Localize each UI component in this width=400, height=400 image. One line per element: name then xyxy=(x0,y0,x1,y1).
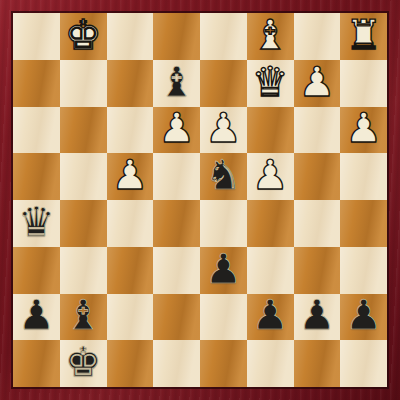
piece-black-queen[interactable]: ♛ xyxy=(18,202,55,243)
square-d7[interactable]: ♝ xyxy=(153,60,200,107)
square-f4[interactable] xyxy=(247,200,294,247)
piece-white-pawn[interactable]: ♟ xyxy=(298,62,335,103)
piece-black-pawn[interactable]: ♟ xyxy=(18,295,55,336)
square-a5[interactable] xyxy=(13,153,60,200)
square-d3[interactable] xyxy=(153,247,200,294)
square-h8[interactable]: ♜ xyxy=(340,13,387,60)
square-a7[interactable] xyxy=(13,60,60,107)
square-d8[interactable] xyxy=(153,13,200,60)
square-d6[interactable]: ♟ xyxy=(153,107,200,154)
chess-board: ♚♝♜♝♛♟♟♟♟♟♞♟♛♟♟♝♟♟♟♚ xyxy=(13,13,387,387)
square-h7[interactable] xyxy=(340,60,387,107)
square-a8[interactable] xyxy=(13,13,60,60)
square-h2[interactable]: ♟ xyxy=(340,294,387,341)
piece-white-pawn[interactable]: ♟ xyxy=(345,108,382,149)
piece-white-pawn[interactable]: ♟ xyxy=(111,155,148,196)
square-b4[interactable] xyxy=(60,200,107,247)
square-c3[interactable] xyxy=(107,247,154,294)
square-h4[interactable] xyxy=(340,200,387,247)
square-g3[interactable] xyxy=(294,247,341,294)
square-f2[interactable]: ♟ xyxy=(247,294,294,341)
piece-black-bishop[interactable]: ♝ xyxy=(158,62,195,103)
square-c5[interactable]: ♟ xyxy=(107,153,154,200)
square-a4[interactable]: ♛ xyxy=(13,200,60,247)
square-e5[interactable]: ♞ xyxy=(200,153,247,200)
square-g8[interactable] xyxy=(294,13,341,60)
square-g6[interactable] xyxy=(294,107,341,154)
square-g2[interactable]: ♟ xyxy=(294,294,341,341)
piece-white-bishop[interactable]: ♝ xyxy=(252,15,289,56)
square-f1[interactable] xyxy=(247,340,294,387)
square-g7[interactable]: ♟ xyxy=(294,60,341,107)
piece-black-pawn[interactable]: ♟ xyxy=(345,295,382,336)
square-h3[interactable] xyxy=(340,247,387,294)
square-e1[interactable] xyxy=(200,340,247,387)
piece-black-king[interactable]: ♚ xyxy=(65,342,102,383)
square-f7[interactable]: ♛ xyxy=(247,60,294,107)
square-b7[interactable] xyxy=(60,60,107,107)
square-c1[interactable] xyxy=(107,340,154,387)
piece-black-bishop[interactable]: ♝ xyxy=(65,295,102,336)
square-h5[interactable] xyxy=(340,153,387,200)
piece-white-king[interactable]: ♚ xyxy=(65,15,102,56)
square-a2[interactable]: ♟ xyxy=(13,294,60,341)
square-c6[interactable] xyxy=(107,107,154,154)
square-e8[interactable] xyxy=(200,13,247,60)
square-b8[interactable]: ♚ xyxy=(60,13,107,60)
board-frame: ♚♝♜♝♛♟♟♟♟♟♞♟♛♟♟♝♟♟♟♚ xyxy=(0,0,400,400)
square-e3[interactable]: ♟ xyxy=(200,247,247,294)
square-d5[interactable] xyxy=(153,153,200,200)
square-e4[interactable] xyxy=(200,200,247,247)
square-f5[interactable]: ♟ xyxy=(247,153,294,200)
square-c7[interactable] xyxy=(107,60,154,107)
square-d2[interactable] xyxy=(153,294,200,341)
square-b5[interactable] xyxy=(60,153,107,200)
square-b1[interactable]: ♚ xyxy=(60,340,107,387)
piece-white-pawn[interactable]: ♟ xyxy=(252,155,289,196)
square-h1[interactable] xyxy=(340,340,387,387)
square-e7[interactable] xyxy=(200,60,247,107)
piece-black-pawn[interactable]: ♟ xyxy=(298,295,335,336)
piece-white-pawn[interactable]: ♟ xyxy=(205,108,242,149)
square-a1[interactable] xyxy=(13,340,60,387)
square-d4[interactable] xyxy=(153,200,200,247)
square-e6[interactable]: ♟ xyxy=(200,107,247,154)
square-g4[interactable] xyxy=(294,200,341,247)
square-g5[interactable] xyxy=(294,153,341,200)
square-f8[interactable]: ♝ xyxy=(247,13,294,60)
square-d1[interactable] xyxy=(153,340,200,387)
square-f3[interactable] xyxy=(247,247,294,294)
square-b6[interactable] xyxy=(60,107,107,154)
square-c2[interactable] xyxy=(107,294,154,341)
piece-black-pawn[interactable]: ♟ xyxy=(205,249,242,290)
piece-black-knight[interactable]: ♞ xyxy=(205,155,242,196)
square-b3[interactable] xyxy=(60,247,107,294)
square-f6[interactable] xyxy=(247,107,294,154)
square-a6[interactable] xyxy=(13,107,60,154)
piece-white-queen[interactable]: ♛ xyxy=(252,62,289,103)
square-g1[interactable] xyxy=(294,340,341,387)
piece-white-pawn[interactable]: ♟ xyxy=(158,108,195,149)
square-b2[interactable]: ♝ xyxy=(60,294,107,341)
piece-white-rook[interactable]: ♜ xyxy=(345,15,382,56)
square-c8[interactable] xyxy=(107,13,154,60)
square-e2[interactable] xyxy=(200,294,247,341)
square-c4[interactable] xyxy=(107,200,154,247)
square-h6[interactable]: ♟ xyxy=(340,107,387,154)
square-a3[interactable] xyxy=(13,247,60,294)
piece-black-pawn[interactable]: ♟ xyxy=(252,295,289,336)
